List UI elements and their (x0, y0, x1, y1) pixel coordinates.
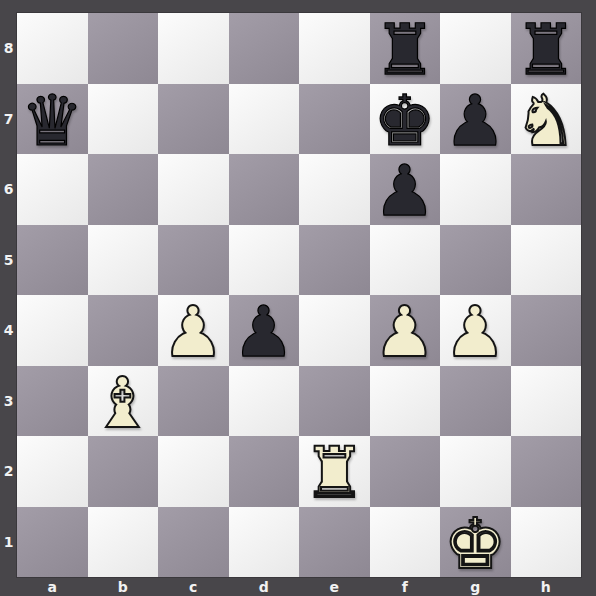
square-g6[interactable] (440, 154, 511, 225)
square-e6[interactable] (299, 154, 370, 225)
square-b1[interactable] (88, 507, 159, 578)
square-g2[interactable] (440, 436, 511, 507)
square-d3[interactable] (229, 366, 300, 437)
rank-label-8: 8 (0, 13, 17, 84)
piece-white-knight-h7[interactable]: ♞ (514, 86, 577, 156)
piece-black-pawn-f6[interactable]: ♟ (373, 156, 436, 226)
square-f2[interactable] (370, 436, 441, 507)
square-f3[interactable] (370, 366, 441, 437)
square-f5[interactable] (370, 225, 441, 296)
file-label-e: e (299, 577, 370, 596)
square-c6[interactable] (158, 154, 229, 225)
square-g5[interactable] (440, 225, 511, 296)
chess-board-frame: ♜♜♛♚♟♞♟♟♟♟♟♝♜♚ 87654321 abcdefgh (0, 0, 596, 596)
square-e8[interactable] (299, 13, 370, 84)
piece-white-bishop-b3[interactable]: ♝ (91, 368, 154, 438)
file-label-f: f (370, 577, 441, 596)
square-f7[interactable]: ♚ (370, 84, 441, 155)
square-h8[interactable]: ♜ (511, 13, 582, 84)
square-f1[interactable] (370, 507, 441, 578)
piece-black-pawn-d4[interactable]: ♟ (232, 297, 295, 367)
rank-label-7: 7 (0, 84, 17, 155)
square-g1[interactable]: ♚ (440, 507, 511, 578)
square-g4[interactable]: ♟ (440, 295, 511, 366)
square-a4[interactable] (17, 295, 88, 366)
rank-label-2: 2 (0, 436, 17, 507)
file-label-b: b (88, 577, 159, 596)
square-d8[interactable] (229, 13, 300, 84)
square-a8[interactable] (17, 13, 88, 84)
square-g8[interactable] (440, 13, 511, 84)
rank-label-1: 1 (0, 507, 17, 578)
square-c2[interactable] (158, 436, 229, 507)
rank-labels: 87654321 (0, 13, 17, 577)
rank-label-4: 4 (0, 295, 17, 366)
square-a2[interactable] (17, 436, 88, 507)
square-h7[interactable]: ♞ (511, 84, 582, 155)
board-grid: ♜♜♛♚♟♞♟♟♟♟♟♝♜♚ (17, 13, 581, 577)
file-label-c: c (158, 577, 229, 596)
square-f4[interactable]: ♟ (370, 295, 441, 366)
piece-black-queen-a7[interactable]: ♛ (21, 86, 84, 156)
square-a6[interactable] (17, 154, 88, 225)
square-a3[interactable] (17, 366, 88, 437)
piece-white-pawn-c4[interactable]: ♟ (162, 297, 225, 367)
square-c3[interactable] (158, 366, 229, 437)
square-b2[interactable] (88, 436, 159, 507)
rank-label-3: 3 (0, 366, 17, 437)
square-b6[interactable] (88, 154, 159, 225)
square-h1[interactable] (511, 507, 582, 578)
piece-white-pawn-f4[interactable]: ♟ (373, 297, 436, 367)
square-f8[interactable]: ♜ (370, 13, 441, 84)
file-label-h: h (511, 577, 582, 596)
square-b3[interactable]: ♝ (88, 366, 159, 437)
square-c1[interactable] (158, 507, 229, 578)
square-h4[interactable] (511, 295, 582, 366)
square-b4[interactable] (88, 295, 159, 366)
piece-white-pawn-g4[interactable]: ♟ (444, 297, 507, 367)
piece-black-rook-f8[interactable]: ♜ (373, 15, 436, 85)
square-b5[interactable] (88, 225, 159, 296)
square-d6[interactable] (229, 154, 300, 225)
piece-white-king-g1[interactable]: ♚ (444, 509, 507, 579)
square-g7[interactable]: ♟ (440, 84, 511, 155)
piece-black-king-f7[interactable]: ♚ (373, 86, 436, 156)
piece-black-rook-h8[interactable]: ♜ (514, 15, 577, 85)
square-c7[interactable] (158, 84, 229, 155)
square-g3[interactable] (440, 366, 511, 437)
file-labels: abcdefgh (17, 577, 581, 596)
file-label-d: d (229, 577, 300, 596)
square-a1[interactable] (17, 507, 88, 578)
square-b8[interactable] (88, 13, 159, 84)
square-e2[interactable]: ♜ (299, 436, 370, 507)
square-d5[interactable] (229, 225, 300, 296)
square-c4[interactable]: ♟ (158, 295, 229, 366)
square-c5[interactable] (158, 225, 229, 296)
rank-label-6: 6 (0, 154, 17, 225)
square-f6[interactable]: ♟ (370, 154, 441, 225)
piece-black-pawn-g7[interactable]: ♟ (444, 86, 507, 156)
square-d2[interactable] (229, 436, 300, 507)
file-label-a: a (17, 577, 88, 596)
square-d4[interactable]: ♟ (229, 295, 300, 366)
rank-label-5: 5 (0, 225, 17, 296)
square-e3[interactable] (299, 366, 370, 437)
square-e4[interactable] (299, 295, 370, 366)
piece-white-rook-e2[interactable]: ♜ (303, 438, 366, 508)
square-b7[interactable] (88, 84, 159, 155)
square-c8[interactable] (158, 13, 229, 84)
square-h5[interactable] (511, 225, 582, 296)
square-d7[interactable] (229, 84, 300, 155)
square-a7[interactable]: ♛ (17, 84, 88, 155)
file-label-g: g (440, 577, 511, 596)
square-h6[interactable] (511, 154, 582, 225)
chess-diagram: { "game": "chess", "position": { "fen": … (0, 0, 596, 596)
square-h3[interactable] (511, 366, 582, 437)
square-h2[interactable] (511, 436, 582, 507)
square-e1[interactable] (299, 507, 370, 578)
square-a5[interactable] (17, 225, 88, 296)
square-e5[interactable] (299, 225, 370, 296)
square-e7[interactable] (299, 84, 370, 155)
square-d1[interactable] (229, 507, 300, 578)
